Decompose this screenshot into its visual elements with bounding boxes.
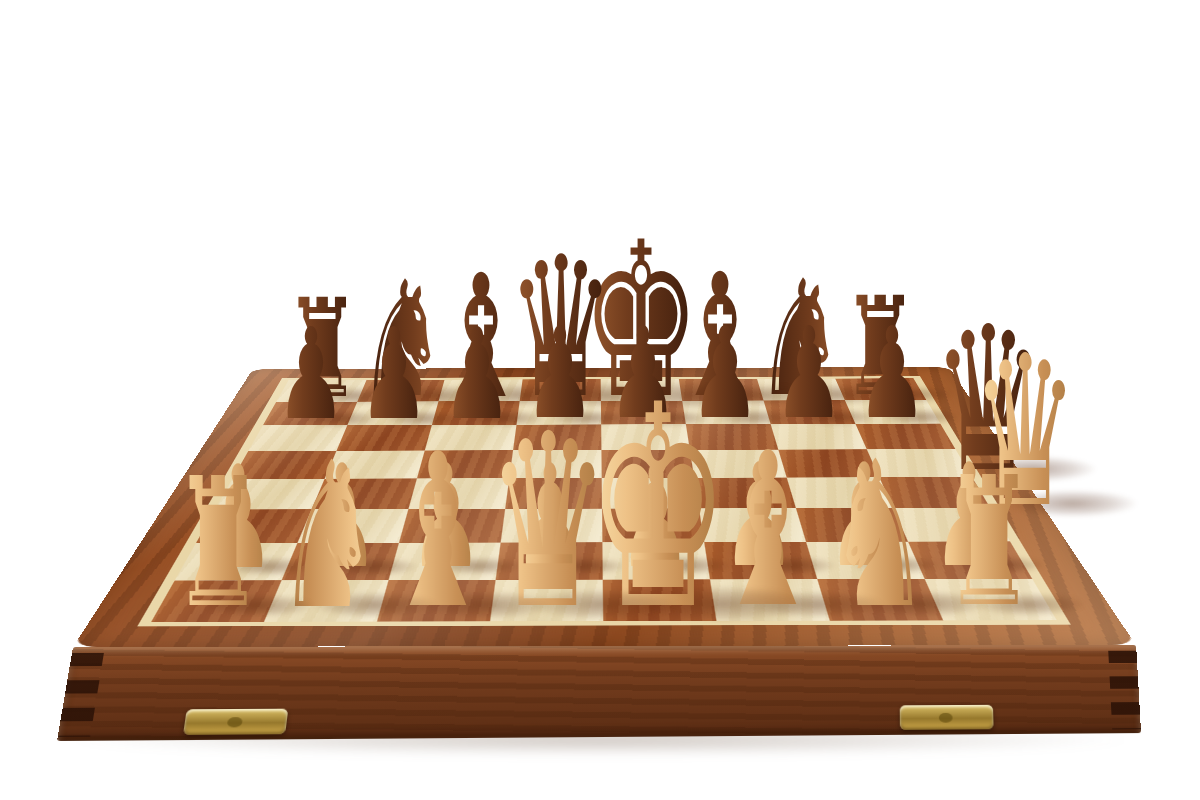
brass-latch-right (900, 705, 994, 730)
brass-latch-left (183, 709, 288, 735)
piece-white-rook-h1[interactable]: ♜ (943, 454, 1034, 632)
piece-white-bishop-c1[interactable]: ♝ (384, 426, 492, 638)
piece-white-knight-g1[interactable]: ♞ (827, 434, 930, 636)
chess-photo-scene: ♜♞♝♚♛♝♞♜♟♟♟♟♟♟♟♟♛♛♟♟♟♟♟♟♟♟♜♞♝♚♛♝♞♜ (0, 0, 1200, 800)
piece-white-queen-d1[interactable]: ♛ (487, 402, 610, 642)
piece-white-knight-b1[interactable]: ♞ (276, 435, 379, 637)
piece-white-rook-a1[interactable]: ♜ (173, 455, 264, 633)
finger-joints-right (1108, 650, 1141, 729)
finger-joints-left (58, 652, 104, 737)
piece-white-bishop-f1[interactable]: ♝ (714, 425, 822, 637)
